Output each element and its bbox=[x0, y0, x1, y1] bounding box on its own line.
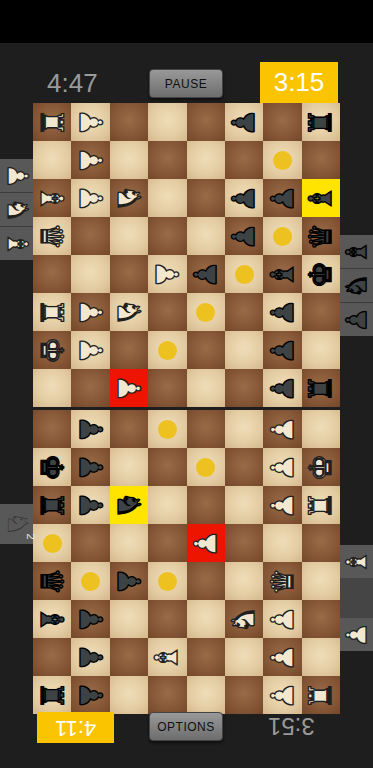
square-r5c0[interactable]: ♜ bbox=[33, 293, 71, 331]
square-r4c4[interactable]: ♟ bbox=[187, 255, 225, 293]
square-r5c7[interactable] bbox=[302, 600, 340, 638]
black-bishop-piece[interactable]: ♝ bbox=[342, 239, 370, 264]
black-rook-piece[interactable]: ♜ bbox=[37, 681, 68, 709]
square-r2c3[interactable] bbox=[148, 179, 186, 217]
white-bishop-piece[interactable]: ♝ bbox=[342, 549, 370, 574]
legal-move-dot[interactable] bbox=[273, 151, 292, 170]
captured-piece-tile[interactable]: ♝ bbox=[0, 227, 33, 260]
square-r0c5[interactable] bbox=[225, 410, 263, 448]
square-r4c3[interactable]: ♟ bbox=[148, 255, 186, 293]
square-r7c5[interactable] bbox=[225, 676, 263, 714]
square-r6c2[interactable] bbox=[110, 638, 148, 676]
legal-move-dot[interactable] bbox=[158, 420, 177, 439]
black-knight-piece[interactable]: ♞ bbox=[342, 273, 370, 298]
square-r6c6[interactable]: ♟ bbox=[263, 331, 301, 369]
square-r7c1[interactable] bbox=[71, 369, 109, 407]
square-r1c2[interactable] bbox=[110, 141, 148, 179]
white-rook-piece[interactable]: ♜ bbox=[305, 681, 336, 709]
square-r7c7[interactable]: ♜ bbox=[302, 676, 340, 714]
legal-move-dot[interactable] bbox=[273, 227, 292, 246]
square-r6c4[interactable] bbox=[187, 638, 225, 676]
legal-move-dot[interactable] bbox=[81, 572, 100, 591]
square-r0c1[interactable]: ♟ bbox=[71, 410, 109, 448]
square-r2c4[interactable] bbox=[187, 179, 225, 217]
square-r4c2[interactable] bbox=[110, 255, 148, 293]
black-pawn-piece[interactable]: ♟ bbox=[229, 222, 260, 250]
status-bar bbox=[0, 0, 373, 43]
black-pawn-piece[interactable]: ♟ bbox=[75, 415, 106, 443]
black-pawn-piece[interactable]: ♟ bbox=[267, 298, 298, 326]
legal-move-dot[interactable] bbox=[158, 572, 177, 591]
square-r2c2[interactable]: ♞ bbox=[110, 179, 148, 217]
square-r5c6[interactable]: ♟ bbox=[263, 293, 301, 331]
black-pawn-piece[interactable]: ♟ bbox=[229, 184, 260, 212]
captured-piece-tile[interactable]: ♞ bbox=[0, 193, 33, 226]
square-r0c4[interactable] bbox=[187, 103, 225, 141]
white-bishop-piece[interactable]: ♝ bbox=[152, 643, 183, 671]
white-bishop-piece[interactable]: ♝ bbox=[37, 184, 68, 212]
square-r3c4-capture-target[interactable]: ♟ bbox=[187, 524, 225, 562]
square-r2c4[interactable] bbox=[187, 486, 225, 524]
tray-top-right: ♝♞♟ bbox=[340, 235, 373, 336]
legal-move-dot[interactable] bbox=[196, 303, 215, 322]
captured-piece-count: 2 bbox=[24, 533, 35, 539]
black-pawn-piece[interactable]: ♟ bbox=[190, 260, 221, 288]
square-r6c4[interactable] bbox=[187, 331, 225, 369]
square-r6c0[interactable]: ♚ bbox=[33, 331, 71, 369]
square-r6c1[interactable]: ♟ bbox=[71, 331, 109, 369]
square-r1c0[interactable] bbox=[33, 141, 71, 179]
square-r4c5[interactable] bbox=[225, 562, 263, 600]
white-rook-piece[interactable]: ♜ bbox=[37, 298, 68, 326]
square-r6c2[interactable] bbox=[110, 331, 148, 369]
square-r7c3[interactable] bbox=[148, 676, 186, 714]
square-r0c3[interactable] bbox=[148, 103, 186, 141]
pause-button[interactable]: PAUSE bbox=[149, 69, 223, 98]
captured-piece-tile[interactable]: ♟ bbox=[0, 159, 33, 192]
square-r2c6[interactable]: ♟ bbox=[263, 179, 301, 217]
square-r6c6[interactable]: ♟ bbox=[263, 638, 301, 676]
black-pawn-piece[interactable]: ♟ bbox=[267, 184, 298, 212]
white-knight-piece[interactable]: ♞ bbox=[113, 298, 144, 326]
black-pawn-piece[interactable]: ♟ bbox=[75, 643, 106, 671]
square-r3c4[interactable] bbox=[187, 217, 225, 255]
captured-piece-tile[interactable]: ♟ bbox=[340, 618, 373, 651]
bottom-left-clock-active: 4:11 bbox=[37, 712, 114, 743]
square-r1c6[interactable] bbox=[263, 141, 301, 179]
square-r3c3[interactable] bbox=[148, 217, 186, 255]
square-r7c1[interactable]: ♟ bbox=[71, 676, 109, 714]
square-r5c7[interactable] bbox=[302, 293, 340, 331]
square-r3c1[interactable] bbox=[71, 217, 109, 255]
white-pawn-piece[interactable]: ♟ bbox=[267, 643, 298, 671]
square-r3c6[interactable] bbox=[263, 524, 301, 562]
top-left-clock: 4:47 bbox=[47, 70, 98, 96]
square-r4c7[interactable]: ♚ bbox=[302, 255, 340, 293]
square-r5c0[interactable]: ♝ bbox=[33, 600, 71, 638]
square-r3c5[interactable] bbox=[225, 524, 263, 562]
square-r2c2-selected[interactable]: ♞ bbox=[110, 486, 148, 524]
square-r5c5[interactable]: ♞ bbox=[225, 600, 263, 638]
square-r0c2[interactable] bbox=[110, 410, 148, 448]
square-r4c2[interactable]: ♟ bbox=[110, 562, 148, 600]
black-king-piece[interactable]: ♚ bbox=[305, 260, 336, 288]
square-r2c5[interactable] bbox=[225, 486, 263, 524]
square-r5c3[interactable] bbox=[148, 293, 186, 331]
board-bottom: ♟♟♚♟♟♚♜♟♞♟♜♟♛♟♛♝♟♞♟♟♝♟♜♟♟♜ bbox=[33, 410, 340, 714]
captured-piece-tile[interactable]: ♘2 bbox=[0, 504, 33, 544]
square-r3c3[interactable] bbox=[148, 524, 186, 562]
legal-move-dot[interactable] bbox=[43, 534, 62, 553]
captured-piece-tile[interactable]: ♟ bbox=[340, 303, 373, 336]
square-r4c5[interactable] bbox=[225, 255, 263, 293]
black-pawn-piece[interactable]: ♟ bbox=[267, 374, 298, 402]
square-r0c5[interactable]: ♟ bbox=[225, 103, 263, 141]
square-r5c4[interactable] bbox=[187, 293, 225, 331]
square-r6c1[interactable]: ♟ bbox=[71, 638, 109, 676]
square-r3c0[interactable]: ♛ bbox=[33, 217, 71, 255]
top-right-clock-value: 3:15 bbox=[274, 67, 325, 98]
square-r7c6[interactable]: ♟ bbox=[263, 676, 301, 714]
square-r4c7[interactable] bbox=[302, 562, 340, 600]
white-king-piece[interactable]: ♚ bbox=[305, 453, 336, 481]
square-r7c0[interactable]: ♜ bbox=[33, 676, 71, 714]
square-r4c3[interactable] bbox=[148, 562, 186, 600]
white-pawn-piece[interactable]: ♟ bbox=[267, 453, 298, 481]
white-pawn-piece[interactable]: ♟ bbox=[75, 108, 106, 136]
white-pawn-piece[interactable]: ♟ bbox=[2, 163, 30, 188]
bottom-left-clock-value: 4:11 bbox=[55, 715, 96, 741]
square-r1c7[interactable]: ♚ bbox=[302, 448, 340, 486]
square-r0c7[interactable]: ♜ bbox=[302, 103, 340, 141]
black-pawn-piece[interactable]: ♟ bbox=[113, 567, 144, 595]
black-queen-piece[interactable]: ♛ bbox=[37, 567, 68, 595]
options-button[interactable]: OPTIONS bbox=[149, 712, 223, 741]
square-r0c4[interactable] bbox=[187, 410, 225, 448]
square-r7c2[interactable] bbox=[110, 676, 148, 714]
black-pawn-piece[interactable]: ♟ bbox=[267, 336, 298, 364]
square-r4c6[interactable]: ♝ bbox=[263, 255, 301, 293]
black-pawn-piece[interactable]: ♟ bbox=[75, 681, 106, 709]
black-rook-piece[interactable]: ♜ bbox=[305, 374, 336, 402]
square-r1c3[interactable] bbox=[148, 141, 186, 179]
square-r5c1[interactable]: ♟ bbox=[71, 600, 109, 638]
square-r0c6[interactable]: ♟ bbox=[263, 410, 301, 448]
square-r1c1[interactable]: ♟ bbox=[71, 448, 109, 486]
square-r1c1[interactable]: ♟ bbox=[71, 141, 109, 179]
black-pawn-piece[interactable]: ♟ bbox=[75, 491, 106, 519]
black-bishop-piece[interactable]: ♝ bbox=[267, 260, 298, 288]
tray-top-left: ♟♞♝ bbox=[0, 159, 33, 260]
square-r2c0[interactable]: ♝ bbox=[33, 179, 71, 217]
white-knight-piece[interactable]: ♞ bbox=[229, 605, 260, 633]
square-r7c4[interactable] bbox=[187, 676, 225, 714]
square-r0c2[interactable] bbox=[110, 103, 148, 141]
square-r6c3[interactable] bbox=[148, 331, 186, 369]
square-r2c7-selected[interactable]: ♝ bbox=[302, 179, 340, 217]
square-r7c0[interactable] bbox=[33, 369, 71, 407]
black-king-piece[interactable]: ♚ bbox=[37, 453, 68, 481]
square-r1c5[interactable] bbox=[225, 448, 263, 486]
square-r6c3[interactable]: ♝ bbox=[148, 638, 186, 676]
black-pawn-piece[interactable]: ♟ bbox=[229, 108, 260, 136]
square-r3c2[interactable] bbox=[110, 217, 148, 255]
black-bishop-piece[interactable]: ♝ bbox=[37, 605, 68, 633]
square-r5c2[interactable] bbox=[110, 600, 148, 638]
square-r1c0[interactable]: ♚ bbox=[33, 448, 71, 486]
square-r7c4[interactable] bbox=[187, 369, 225, 407]
black-pawn-piece[interactable]: ♟ bbox=[75, 605, 106, 633]
legal-move-dot[interactable] bbox=[196, 458, 215, 477]
square-r6c5[interactable] bbox=[225, 331, 263, 369]
white-pawn-piece[interactable]: ♟ bbox=[75, 146, 106, 174]
square-r2c1[interactable]: ♟ bbox=[71, 179, 109, 217]
white-rook-piece[interactable]: ♜ bbox=[37, 108, 68, 136]
top-right-clock-active: 3:15 bbox=[260, 62, 338, 103]
square-r5c6[interactable]: ♟ bbox=[263, 600, 301, 638]
tray-bottom-left: ♘2 bbox=[0, 504, 33, 544]
square-r5c3[interactable] bbox=[148, 600, 186, 638]
square-r3c5[interactable]: ♟ bbox=[225, 217, 263, 255]
black-knight-piece[interactable]: ♞ bbox=[113, 491, 144, 519]
square-r2c0[interactable]: ♜ bbox=[33, 486, 71, 524]
white-knight-piece[interactable]: ♞ bbox=[2, 197, 30, 222]
square-r7c2-capture-target[interactable]: ♟ bbox=[110, 369, 148, 407]
square-r4c4[interactable] bbox=[187, 562, 225, 600]
white-pawn-piece[interactable]: ♟ bbox=[190, 529, 221, 557]
square-r4c0[interactable] bbox=[33, 255, 71, 293]
square-r7c3[interactable] bbox=[148, 369, 186, 407]
square-r1c4[interactable] bbox=[187, 448, 225, 486]
white-pawn-piece[interactable]: ♟ bbox=[342, 622, 370, 647]
white-king-piece[interactable]: ♚ bbox=[37, 336, 68, 364]
white-pawn-piece[interactable]: ♟ bbox=[152, 260, 183, 288]
square-r4c1[interactable] bbox=[71, 562, 109, 600]
white-pawn-piece[interactable]: ♟ bbox=[75, 184, 106, 212]
square-r7c7[interactable]: ♜ bbox=[302, 369, 340, 407]
white-bishop-piece[interactable]: ♝ bbox=[2, 231, 30, 256]
white-pawn-piece[interactable]: ♟ bbox=[75, 298, 106, 326]
square-r7c6[interactable]: ♟ bbox=[263, 369, 301, 407]
square-r2c1[interactable]: ♟ bbox=[71, 486, 109, 524]
black-pawn-piece[interactable]: ♟ bbox=[342, 307, 370, 332]
square-r1c4[interactable] bbox=[187, 141, 225, 179]
square-r4c0[interactable]: ♛ bbox=[33, 562, 71, 600]
square-r2c3[interactable] bbox=[148, 486, 186, 524]
white-knight-piece[interactable]: ♞ bbox=[113, 184, 144, 212]
captured-piece-tile[interactable]: ♝ bbox=[340, 235, 373, 268]
square-r1c6[interactable]: ♟ bbox=[263, 448, 301, 486]
square-r6c0[interactable] bbox=[33, 638, 71, 676]
square-r0c7[interactable] bbox=[302, 410, 340, 448]
white-rook-piece[interactable]: ♜ bbox=[305, 491, 336, 519]
square-r0c6[interactable] bbox=[263, 103, 301, 141]
black-pawn-piece[interactable]: ♟ bbox=[75, 453, 106, 481]
square-r1c3[interactable] bbox=[148, 448, 186, 486]
square-r3c1[interactable] bbox=[71, 524, 109, 562]
captured-piece-tile[interactable]: ♝ bbox=[340, 545, 373, 578]
white-pawn-piece[interactable]: ♟ bbox=[75, 336, 106, 364]
square-r0c0[interactable] bbox=[33, 410, 71, 448]
app-screen: 4:47 PAUSE 3:15 ♜♟♟♜♟♝♟♞♟♟♝♛♟♛♟♟♝♚♜♟♞♟♚♟… bbox=[0, 0, 373, 768]
square-r7c5[interactable] bbox=[225, 369, 263, 407]
square-r6c5[interactable] bbox=[225, 638, 263, 676]
square-r0c3[interactable] bbox=[148, 410, 186, 448]
captured-piece-tile[interactable]: ♞ bbox=[340, 269, 373, 302]
square-r6c7[interactable] bbox=[302, 638, 340, 676]
square-r3c6[interactable] bbox=[263, 217, 301, 255]
square-r1c5[interactable] bbox=[225, 141, 263, 179]
white-pawn-piece[interactable]: ♟ bbox=[267, 415, 298, 443]
square-r6c7[interactable] bbox=[302, 331, 340, 369]
black-bishop-piece[interactable]: ♝ bbox=[305, 184, 336, 212]
black-rook-piece[interactable]: ♜ bbox=[305, 108, 336, 136]
square-r0c0[interactable]: ♜ bbox=[33, 103, 71, 141]
square-r4c6[interactable]: ♛ bbox=[263, 562, 301, 600]
white-queen-piece[interactable]: ♛ bbox=[267, 567, 298, 595]
white-pawn-piece[interactable]: ♟ bbox=[113, 374, 144, 402]
white-pawn-piece[interactable]: ♟ bbox=[267, 681, 298, 709]
square-r4c1[interactable] bbox=[71, 255, 109, 293]
board-top: ♜♟♟♜♟♝♟♞♟♟♝♛♟♛♟♟♝♚♜♟♞♟♚♟♟♟♟♜ bbox=[33, 103, 340, 407]
square-r1c2[interactable] bbox=[110, 448, 148, 486]
square-r3c7[interactable] bbox=[302, 524, 340, 562]
white-pawn-piece[interactable]: ♟ bbox=[267, 491, 298, 519]
square-r5c4[interactable] bbox=[187, 600, 225, 638]
white-pawn-piece[interactable]: ♟ bbox=[267, 605, 298, 633]
bottom-right-clock: 3:51 bbox=[268, 714, 315, 738]
square-r5c2[interactable]: ♞ bbox=[110, 293, 148, 331]
square-r3c0[interactable] bbox=[33, 524, 71, 562]
black-queen-piece[interactable]: ♛ bbox=[305, 222, 336, 250]
square-r0c1[interactable]: ♟ bbox=[71, 103, 109, 141]
square-r2c5[interactable]: ♟ bbox=[225, 179, 263, 217]
black-rook-piece[interactable]: ♜ bbox=[37, 491, 68, 519]
square-r5c1[interactable]: ♟ bbox=[71, 293, 109, 331]
legal-move-dot[interactable] bbox=[158, 341, 177, 360]
square-r2c6[interactable]: ♟ bbox=[263, 486, 301, 524]
square-r5c5[interactable] bbox=[225, 293, 263, 331]
square-r3c7[interactable]: ♛ bbox=[302, 217, 340, 255]
square-r1c7[interactable] bbox=[302, 141, 340, 179]
white-queen-piece[interactable]: ♛ bbox=[37, 222, 68, 250]
square-r3c2[interactable] bbox=[110, 524, 148, 562]
legal-move-dot[interactable] bbox=[235, 265, 254, 284]
tray-bottom-right: ♝♟ bbox=[340, 545, 373, 651]
square-r2c7[interactable]: ♜ bbox=[302, 486, 340, 524]
